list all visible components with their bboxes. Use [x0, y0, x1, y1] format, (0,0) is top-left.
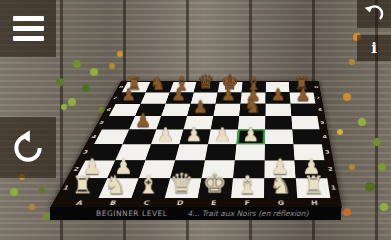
rank-label-8: 8: [312, 82, 321, 93]
file-label-e: E: [196, 200, 230, 206]
piece-black-rook[interactable]: ♜: [126, 75, 142, 93]
square-f8[interactable]: ♝: [242, 82, 266, 93]
rank-label-3: 3: [322, 144, 333, 160]
square-g4[interactable]: [265, 130, 293, 145]
undo-arrow-icon: [363, 3, 385, 25]
piece-white-pawn[interactable]: ♟: [114, 157, 133, 178]
square-f2[interactable]: [233, 160, 265, 178]
file-label-g: G: [264, 200, 298, 206]
square-h1[interactable]: ♜: [296, 178, 331, 198]
square-h3[interactable]: [293, 144, 324, 160]
piece-white-queen[interactable]: ♛: [169, 171, 193, 198]
square-c2[interactable]: [139, 160, 175, 178]
board-scene: ♜♞♝♛♚♝♜♟♟♟♟♟♟♟♞♟♟♟♟♟♟♟♟♟♜♞♝♛♚♝♞♜ ABCDEFG…: [36, 0, 356, 220]
square-g2[interactable]: ♟: [264, 160, 295, 178]
status-bar: BEGINNER LEVEL 4... Trait aux Noirs (en …: [50, 207, 341, 220]
square-h7[interactable]: ♟: [290, 92, 316, 103]
square-d6[interactable]: ♟: [187, 104, 215, 116]
hamburger-menu-icon: [13, 16, 44, 41]
rank-label-5: 5: [317, 116, 327, 129]
square-f7[interactable]: ♟: [241, 92, 266, 103]
file-label-h: H: [297, 200, 331, 206]
file-label-a: A: [61, 200, 97, 206]
level-label: BEGINNER LEVEL: [96, 209, 167, 218]
square-c3[interactable]: [145, 144, 179, 160]
chess-board[interactable]: ♜♞♝♛♚♝♜♟♟♟♟♟♟♟♞♟♟♟♟♟♟♟♟♟♜♞♝♛♚♝♞♜: [65, 82, 330, 198]
piece-black-knight[interactable]: ♞: [150, 74, 166, 92]
board-frame: ♜♞♝♛♚♝♜♟♟♟♟♟♟♟♞♟♟♟♟♟♟♟♟♟♜♞♝♛♚♝♞♜ ABCDEFG…: [50, 81, 342, 208]
info-icon: i: [371, 39, 377, 57]
square-f1[interactable]: ♝: [231, 178, 264, 198]
rotate-board-button[interactable]: [0, 117, 56, 178]
file-label-b: B: [95, 200, 131, 206]
square-g1[interactable]: ♞: [264, 178, 297, 198]
square-c5[interactable]: [156, 116, 187, 129]
rank-label-7: 7: [314, 92, 323, 103]
square-d8[interactable]: ♛: [194, 82, 220, 93]
square-g5[interactable]: [265, 116, 292, 129]
square-h2[interactable]: ♟: [295, 160, 328, 178]
rank-label-4: 4: [320, 130, 331, 145]
square-d4[interactable]: ♟: [179, 130, 210, 145]
square-d3[interactable]: [175, 144, 208, 160]
piece-white-pawn[interactable]: ♟: [302, 157, 321, 178]
file-label-d: D: [163, 200, 198, 206]
file-label-c: C: [129, 200, 164, 206]
rank-label-6: 6: [315, 104, 325, 116]
square-c8[interactable]: ♝: [170, 82, 197, 93]
square-f4[interactable]: ♟: [236, 130, 265, 145]
square-d2[interactable]: [170, 160, 205, 178]
square-h4[interactable]: [292, 130, 322, 145]
square-h8[interactable]: ♜: [289, 82, 314, 93]
square-d5[interactable]: [184, 116, 214, 129]
piece-black-rook[interactable]: ♜: [294, 75, 310, 93]
square-g7[interactable]: ♟: [265, 92, 290, 103]
piece-black-bishop[interactable]: ♝: [174, 74, 190, 92]
square-c7[interactable]: ♟: [166, 92, 194, 103]
undo-button[interactable]: [357, 0, 391, 28]
square-c6[interactable]: [161, 104, 190, 116]
menu-button[interactable]: [0, 0, 56, 57]
rotate-board-icon: [10, 130, 46, 166]
square-f3[interactable]: [235, 144, 265, 160]
square-e3[interactable]: [205, 144, 237, 160]
square-e2[interactable]: [202, 160, 235, 178]
piece-white-king[interactable]: ♚: [202, 171, 226, 198]
square-e8[interactable]: ♚: [218, 82, 243, 93]
square-d7[interactable]: [191, 92, 218, 103]
square-f5[interactable]: [238, 116, 265, 129]
square-h5[interactable]: [291, 116, 319, 129]
square-g8[interactable]: [266, 82, 290, 93]
piece-white-pawn[interactable]: ♟: [271, 157, 290, 178]
file-label-f: F: [230, 200, 264, 206]
square-d1[interactable]: ♛: [165, 178, 202, 198]
file-labels: ABCDEFGH: [61, 200, 332, 206]
square-g6[interactable]: [265, 104, 291, 116]
square-e7[interactable]: ♟: [216, 92, 242, 103]
square-e4[interactable]: ♟: [208, 130, 238, 145]
piece-black-bishop[interactable]: ♝: [245, 74, 261, 92]
piece-black-queen[interactable]: ♛: [197, 73, 215, 93]
info-button[interactable]: i: [357, 35, 391, 61]
square-g3[interactable]: [265, 144, 295, 160]
square-e1[interactable]: ♚: [198, 178, 233, 198]
rank-label-2: 2: [324, 160, 336, 178]
square-f6[interactable]: ♞: [239, 104, 265, 116]
piece-white-rook[interactable]: ♜: [303, 173, 325, 197]
square-e5[interactable]: [211, 116, 240, 129]
move-status-text: 4... Trait aux Noirs (en réflexion): [187, 209, 308, 218]
app-screen: ♜♞♝♛♚♝♜♟♟♟♟♟♟♟♞♟♟♟♟♟♟♟♟♟♜♞♝♛♚♝♞♜ ABCDEFG…: [0, 0, 391, 220]
piece-black-king[interactable]: ♚: [221, 73, 239, 93]
square-h6[interactable]: [290, 104, 317, 116]
square-e6[interactable]: [213, 104, 240, 116]
square-c4[interactable]: ♟: [151, 130, 184, 145]
